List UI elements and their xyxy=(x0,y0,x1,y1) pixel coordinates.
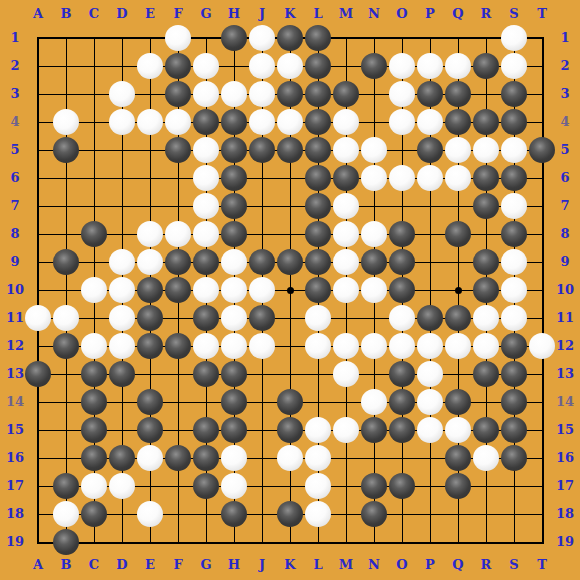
stone-black[interactable] xyxy=(473,277,499,303)
row-label: 10 xyxy=(2,283,28,297)
stone-black[interactable] xyxy=(305,249,331,275)
stone-white[interactable] xyxy=(389,165,415,191)
stone-black[interactable] xyxy=(389,221,415,247)
stone-black[interactable] xyxy=(305,165,331,191)
stone-white[interactable] xyxy=(473,137,499,163)
stone-black[interactable] xyxy=(417,137,443,163)
stone-white[interactable] xyxy=(305,417,331,443)
stone-white[interactable] xyxy=(221,81,247,107)
col-label: S xyxy=(504,7,524,21)
row-label: 11 xyxy=(2,311,28,325)
stone-white[interactable] xyxy=(333,109,359,135)
stone-black[interactable] xyxy=(445,305,471,331)
stone-white[interactable] xyxy=(361,389,387,415)
stone-black[interactable] xyxy=(81,389,107,415)
stone-black[interactable] xyxy=(137,305,163,331)
stone-white[interactable] xyxy=(277,445,303,471)
stone-black[interactable] xyxy=(389,249,415,275)
row-label: 12 xyxy=(552,339,578,353)
stone-white[interactable] xyxy=(501,249,527,275)
stone-black[interactable] xyxy=(305,25,331,51)
col-label: O xyxy=(392,7,412,21)
stone-black[interactable] xyxy=(305,109,331,135)
col-label: E xyxy=(140,7,160,21)
stone-black[interactable] xyxy=(389,277,415,303)
stone-white[interactable] xyxy=(221,305,247,331)
row-label: 7 xyxy=(2,199,28,213)
row-label: 6 xyxy=(2,171,28,185)
row-label: 12 xyxy=(2,339,28,353)
stone-white[interactable] xyxy=(417,333,443,359)
row-label: 6 xyxy=(552,171,578,185)
stone-white[interactable] xyxy=(193,53,219,79)
row-label: 7 xyxy=(552,199,578,213)
row-label: 15 xyxy=(552,423,578,437)
stone-black[interactable] xyxy=(361,501,387,527)
stone-white[interactable] xyxy=(473,333,499,359)
col-label: R xyxy=(476,558,496,572)
col-label: K xyxy=(280,7,300,21)
stone-black[interactable] xyxy=(81,221,107,247)
stone-white[interactable] xyxy=(53,109,79,135)
stone-black[interactable] xyxy=(473,249,499,275)
stone-black[interactable] xyxy=(445,109,471,135)
stone-white[interactable] xyxy=(305,445,331,471)
stone-black[interactable] xyxy=(389,417,415,443)
stone-white[interactable] xyxy=(81,333,107,359)
stone-black[interactable] xyxy=(473,361,499,387)
stone-black[interactable] xyxy=(277,81,303,107)
stone-black[interactable] xyxy=(137,277,163,303)
row-label: 16 xyxy=(2,451,28,465)
stone-white[interactable] xyxy=(417,361,443,387)
stone-black[interactable] xyxy=(165,445,191,471)
stone-white[interactable] xyxy=(389,333,415,359)
col-label: P xyxy=(420,558,440,572)
stone-black[interactable] xyxy=(221,165,247,191)
stone-white[interactable] xyxy=(417,165,443,191)
stone-white[interactable] xyxy=(193,193,219,219)
stone-black[interactable] xyxy=(277,501,303,527)
stone-black[interactable] xyxy=(221,25,247,51)
stone-black[interactable] xyxy=(473,53,499,79)
stone-white[interactable] xyxy=(361,333,387,359)
stone-white[interactable] xyxy=(389,81,415,107)
hoshi-point xyxy=(455,287,462,294)
stone-black[interactable] xyxy=(193,445,219,471)
stone-white[interactable] xyxy=(305,305,331,331)
row-label: 5 xyxy=(2,143,28,157)
row-label: 5 xyxy=(552,143,578,157)
row-label: 17 xyxy=(2,479,28,493)
stone-white[interactable] xyxy=(445,53,471,79)
stone-white[interactable] xyxy=(81,277,107,303)
stone-white[interactable] xyxy=(361,137,387,163)
col-label: G xyxy=(196,558,216,572)
stone-black[interactable] xyxy=(277,249,303,275)
stone-black[interactable] xyxy=(361,53,387,79)
stone-black[interactable] xyxy=(417,81,443,107)
stone-white[interactable] xyxy=(333,137,359,163)
stone-black[interactable] xyxy=(221,193,247,219)
col-label: A xyxy=(28,7,48,21)
stone-black[interactable] xyxy=(501,221,527,247)
stone-black[interactable] xyxy=(109,361,135,387)
stone-white[interactable] xyxy=(501,137,527,163)
stone-white[interactable] xyxy=(417,53,443,79)
row-label: 1 xyxy=(552,31,578,45)
col-label: C xyxy=(84,558,104,572)
stone-black[interactable] xyxy=(445,445,471,471)
stone-white[interactable] xyxy=(445,333,471,359)
stone-black[interactable] xyxy=(165,53,191,79)
stone-black[interactable] xyxy=(305,221,331,247)
stone-white[interactable] xyxy=(333,221,359,247)
stone-black[interactable] xyxy=(193,305,219,331)
stone-black[interactable] xyxy=(81,501,107,527)
stone-white[interactable] xyxy=(109,473,135,499)
col-label: N xyxy=(364,558,384,572)
stone-white[interactable] xyxy=(305,501,331,527)
stone-white[interactable] xyxy=(109,333,135,359)
stone-black[interactable] xyxy=(249,305,275,331)
col-label: H xyxy=(224,558,244,572)
stone-white[interactable] xyxy=(333,361,359,387)
stone-black[interactable] xyxy=(473,165,499,191)
stone-black[interactable] xyxy=(501,389,527,415)
col-label: L xyxy=(308,558,328,572)
stone-white[interactable] xyxy=(165,25,191,51)
stone-white[interactable] xyxy=(333,249,359,275)
stone-black[interactable] xyxy=(137,417,163,443)
row-label: 14 xyxy=(552,395,578,409)
stone-black[interactable] xyxy=(305,137,331,163)
stone-white[interactable] xyxy=(501,277,527,303)
stone-black[interactable] xyxy=(445,473,471,499)
stone-black[interactable] xyxy=(81,361,107,387)
row-label: 13 xyxy=(552,367,578,381)
stone-black[interactable] xyxy=(81,417,107,443)
row-label: 18 xyxy=(552,507,578,521)
row-label: 13 xyxy=(2,367,28,381)
col-label: J xyxy=(252,558,272,572)
stone-black[interactable] xyxy=(501,81,527,107)
stone-white[interactable] xyxy=(137,221,163,247)
row-label: 10 xyxy=(552,283,578,297)
col-label: T xyxy=(532,7,552,21)
stone-white[interactable] xyxy=(221,473,247,499)
row-label: 4 xyxy=(2,115,28,129)
col-label: B xyxy=(56,7,76,21)
stone-black[interactable] xyxy=(473,193,499,219)
row-label: 15 xyxy=(2,423,28,437)
stone-black[interactable] xyxy=(221,221,247,247)
stone-black[interactable] xyxy=(333,165,359,191)
stone-black[interactable] xyxy=(361,249,387,275)
row-label: 9 xyxy=(552,255,578,269)
row-label: 2 xyxy=(552,59,578,73)
col-label: H xyxy=(224,7,244,21)
col-label: F xyxy=(168,558,188,572)
stone-white[interactable] xyxy=(249,333,275,359)
row-label: 14 xyxy=(2,395,28,409)
stone-white[interactable] xyxy=(137,501,163,527)
col-label: T xyxy=(532,558,552,572)
stone-black[interactable] xyxy=(417,305,443,331)
stone-black[interactable] xyxy=(109,445,135,471)
stone-black[interactable] xyxy=(165,333,191,359)
stone-white[interactable] xyxy=(501,193,527,219)
stone-black[interactable] xyxy=(445,221,471,247)
stone-white[interactable] xyxy=(333,193,359,219)
stone-white[interactable] xyxy=(417,389,443,415)
stone-black[interactable] xyxy=(277,389,303,415)
stone-white[interactable] xyxy=(473,305,499,331)
stone-white[interactable] xyxy=(165,109,191,135)
stone-black[interactable] xyxy=(193,473,219,499)
col-label: S xyxy=(504,558,524,572)
stone-white[interactable] xyxy=(473,445,499,471)
row-label: 11 xyxy=(552,311,578,325)
col-label: G xyxy=(196,7,216,21)
col-label: A xyxy=(28,558,48,572)
stone-white[interactable] xyxy=(417,417,443,443)
hoshi-point xyxy=(287,287,294,294)
row-label: 8 xyxy=(552,227,578,241)
row-label: 17 xyxy=(552,479,578,493)
stone-black[interactable] xyxy=(221,389,247,415)
col-label: P xyxy=(420,7,440,21)
stone-black[interactable] xyxy=(25,361,51,387)
stone-white[interactable] xyxy=(137,109,163,135)
stone-black[interactable] xyxy=(473,417,499,443)
stone-white[interactable] xyxy=(305,473,331,499)
stone-white[interactable] xyxy=(501,25,527,51)
stone-black[interactable] xyxy=(501,445,527,471)
stone-white[interactable] xyxy=(109,249,135,275)
col-label: K xyxy=(280,558,300,572)
stone-black[interactable] xyxy=(305,81,331,107)
stone-black[interactable] xyxy=(53,137,79,163)
stone-white[interactable] xyxy=(389,53,415,79)
stone-white[interactable] xyxy=(277,109,303,135)
stone-white[interactable] xyxy=(445,165,471,191)
stone-white[interactable] xyxy=(193,277,219,303)
col-label: D xyxy=(112,7,132,21)
stone-black[interactable] xyxy=(501,109,527,135)
stone-black[interactable] xyxy=(193,109,219,135)
stone-black[interactable] xyxy=(221,137,247,163)
col-label: F xyxy=(168,7,188,21)
stone-black[interactable] xyxy=(53,473,79,499)
row-label: 8 xyxy=(2,227,28,241)
stone-white[interactable] xyxy=(501,53,527,79)
row-label: 2 xyxy=(2,59,28,73)
stone-white[interactable] xyxy=(53,501,79,527)
stone-white[interactable] xyxy=(417,109,443,135)
stone-white[interactable] xyxy=(165,221,191,247)
col-label: E xyxy=(140,558,160,572)
stone-black[interactable] xyxy=(81,445,107,471)
go-board: ABCDEFGHJKLMNOPQRST ABCDEFGHJKLMNOPQRST … xyxy=(0,0,580,580)
stone-black[interactable] xyxy=(137,389,163,415)
col-label: R xyxy=(476,7,496,21)
row-label: 18 xyxy=(2,507,28,521)
stone-black[interactable] xyxy=(389,361,415,387)
stone-black[interactable] xyxy=(165,81,191,107)
stone-white[interactable] xyxy=(109,277,135,303)
stone-black[interactable] xyxy=(389,473,415,499)
col-label: O xyxy=(392,558,412,572)
stone-black[interactable] xyxy=(305,193,331,219)
row-label: 4 xyxy=(552,115,578,129)
stone-black[interactable] xyxy=(221,417,247,443)
stone-white[interactable] xyxy=(53,305,79,331)
stone-white[interactable] xyxy=(221,445,247,471)
stone-black[interactable] xyxy=(473,109,499,135)
stone-black[interactable] xyxy=(277,417,303,443)
stone-white[interactable] xyxy=(221,333,247,359)
stone-white[interactable] xyxy=(361,277,387,303)
stone-black[interactable] xyxy=(249,137,275,163)
col-label: B xyxy=(56,558,76,572)
stone-black[interactable] xyxy=(305,53,331,79)
stone-white[interactable] xyxy=(137,445,163,471)
stone-white[interactable] xyxy=(361,221,387,247)
stone-black[interactable] xyxy=(361,473,387,499)
col-label: D xyxy=(112,558,132,572)
stone-black[interactable] xyxy=(221,501,247,527)
stone-white[interactable] xyxy=(193,137,219,163)
stone-black[interactable] xyxy=(501,165,527,191)
stone-black[interactable] xyxy=(221,109,247,135)
stone-black[interactable] xyxy=(445,81,471,107)
stone-black[interactable] xyxy=(445,389,471,415)
stone-white[interactable] xyxy=(193,165,219,191)
stone-white[interactable] xyxy=(193,81,219,107)
stone-white[interactable] xyxy=(25,305,51,331)
row-label: 16 xyxy=(552,451,578,465)
row-label: 19 xyxy=(552,535,578,549)
stone-black[interactable] xyxy=(53,249,79,275)
stone-black[interactable] xyxy=(193,417,219,443)
stone-white[interactable] xyxy=(193,333,219,359)
stone-black[interactable] xyxy=(165,277,191,303)
row-label: 9 xyxy=(2,255,28,269)
stone-black[interactable] xyxy=(221,361,247,387)
stone-white[interactable] xyxy=(249,109,275,135)
col-label: L xyxy=(308,7,328,21)
col-label: C xyxy=(84,7,104,21)
stone-white[interactable] xyxy=(305,333,331,359)
row-label: 3 xyxy=(2,87,28,101)
stone-white[interactable] xyxy=(81,473,107,499)
col-label: M xyxy=(336,558,356,572)
stone-white[interactable] xyxy=(389,109,415,135)
stone-white[interactable] xyxy=(389,305,415,331)
stone-black[interactable] xyxy=(501,361,527,387)
stone-white[interactable] xyxy=(361,165,387,191)
stone-black[interactable] xyxy=(53,529,79,555)
stone-black[interactable] xyxy=(333,81,359,107)
stone-white[interactable] xyxy=(249,25,275,51)
stone-black[interactable] xyxy=(277,137,303,163)
stone-black[interactable] xyxy=(165,249,191,275)
stone-white[interactable] xyxy=(109,305,135,331)
stone-black[interactable] xyxy=(53,333,79,359)
col-label: Q xyxy=(448,7,468,21)
stone-white[interactable] xyxy=(193,221,219,247)
stone-white[interactable] xyxy=(333,333,359,359)
stone-white[interactable] xyxy=(501,305,527,331)
stone-white[interactable] xyxy=(221,277,247,303)
row-label: 3 xyxy=(552,87,578,101)
stone-white[interactable] xyxy=(333,277,359,303)
stone-black[interactable] xyxy=(361,417,387,443)
stone-white[interactable] xyxy=(445,417,471,443)
stone-black[interactable] xyxy=(277,25,303,51)
stone-white[interactable] xyxy=(277,53,303,79)
col-label: Q xyxy=(448,558,468,572)
stone-white[interactable] xyxy=(249,81,275,107)
stone-white[interactable] xyxy=(221,249,247,275)
col-label: J xyxy=(252,7,272,21)
stone-black[interactable] xyxy=(305,277,331,303)
stone-white[interactable] xyxy=(445,137,471,163)
stone-white[interactable] xyxy=(109,109,135,135)
stone-black[interactable] xyxy=(501,417,527,443)
stone-white[interactable] xyxy=(109,81,135,107)
stone-black[interactable] xyxy=(249,249,275,275)
col-label: N xyxy=(364,7,384,21)
stone-black[interactable] xyxy=(193,249,219,275)
stone-black[interactable] xyxy=(501,333,527,359)
stone-black[interactable] xyxy=(165,137,191,163)
stone-white[interactable] xyxy=(137,53,163,79)
stone-black[interactable] xyxy=(137,333,163,359)
stone-black[interactable] xyxy=(389,389,415,415)
stone-white[interactable] xyxy=(249,53,275,79)
col-label: M xyxy=(336,7,356,21)
stone-white[interactable] xyxy=(333,417,359,443)
row-label: 19 xyxy=(2,535,28,549)
stone-white[interactable] xyxy=(249,277,275,303)
row-label: 1 xyxy=(2,31,28,45)
stone-white[interactable] xyxy=(137,249,163,275)
stone-black[interactable] xyxy=(193,361,219,387)
